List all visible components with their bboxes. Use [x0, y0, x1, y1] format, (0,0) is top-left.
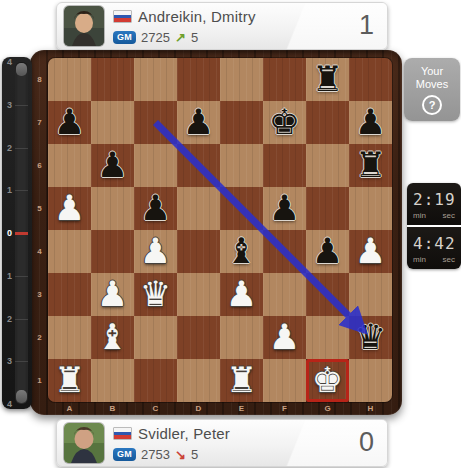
clock-bottom-player: 4:42 min sec [407, 227, 461, 269]
sec-label: sec [443, 255, 455, 264]
eval-scale-label-0: 4 [4, 57, 15, 67]
slider-thumb-bottom[interactable] [16, 390, 27, 403]
file-label-B: B [91, 403, 134, 415]
black-pawn-a7[interactable]: ♟ [54, 101, 85, 144]
square-e8[interactable] [220, 58, 263, 101]
square-a5[interactable]: ♟ [48, 187, 91, 230]
rank-label-5: 5 [33, 187, 46, 230]
square-g6[interactable] [306, 144, 349, 187]
square-g3[interactable] [306, 273, 349, 316]
white-pawn-c4[interactable]: ♟ [140, 230, 171, 273]
square-f7[interactable]: ♚ [263, 101, 306, 144]
square-a7[interactable]: ♟ [48, 101, 91, 144]
square-d4[interactable] [177, 230, 220, 273]
square-h7[interactable]: ♟ [349, 101, 392, 144]
white-rook-e1[interactable]: ♜ [226, 359, 257, 402]
black-pawn-c5[interactable]: ♟ [140, 187, 171, 230]
your-moves-button[interactable]: Your Moves ? [404, 58, 460, 121]
white-pawn-f2[interactable]: ♟ [269, 316, 300, 359]
square-b5[interactable] [91, 187, 134, 230]
white-bishop-b2[interactable]: ♝ [97, 316, 128, 359]
file-label-C: C [134, 403, 177, 415]
square-h3[interactable] [349, 273, 392, 316]
eval-scale-label-4: 0 [4, 228, 15, 238]
player-bar-top: Andreikin, Dmitry GM 2725 ↗ 5 1 [56, 2, 388, 50]
square-a4[interactable] [48, 230, 91, 273]
eval-scale-label-5: 1 [4, 271, 15, 281]
square-g4[interactable]: ♟ [306, 230, 349, 273]
square-c5[interactable]: ♟ [134, 187, 177, 230]
evaluation-zero-marker [15, 232, 28, 235]
black-pawn-g4[interactable]: ♟ [312, 230, 343, 273]
square-d2[interactable] [177, 316, 220, 359]
rating-change-bottom: 5 [191, 447, 198, 462]
eval-scale-label-2: 2 [4, 143, 15, 153]
match-score-top: 1 [359, 10, 374, 41]
square-d1[interactable] [177, 359, 220, 402]
square-c3[interactable]: ♛ [134, 273, 177, 316]
file-label-H: H [349, 403, 392, 415]
rank-label-2: 2 [33, 316, 46, 359]
square-a6[interactable] [48, 144, 91, 187]
title-badge: GM [113, 448, 136, 461]
square-f8[interactable] [263, 58, 306, 101]
black-bishop-e4[interactable]: ♝ [226, 230, 257, 273]
black-pawn-f5[interactable]: ♟ [269, 187, 300, 230]
black-rook-h6[interactable]: ♜ [355, 144, 386, 187]
square-d6[interactable] [177, 144, 220, 187]
avatar-photo [64, 423, 104, 463]
evaluation-bar: 432101234 [2, 57, 32, 409]
eval-scale-label-1: 3 [4, 100, 15, 110]
game-clock: 2:19 min sec 4:42 min sec [407, 183, 461, 269]
square-b8[interactable] [91, 58, 134, 101]
clock-time-bottom: 4:42 [413, 234, 455, 253]
avatar-top-player[interactable] [64, 6, 104, 46]
square-d7[interactable]: ♟ [177, 101, 220, 144]
avatar-photo [64, 6, 104, 46]
black-rook-g8[interactable]: ♜ [312, 58, 343, 101]
your-moves-label-line1: Your [404, 65, 460, 78]
white-pawn-b3[interactable]: ♟ [97, 273, 128, 316]
white-king-g1[interactable]: ♚ [312, 359, 343, 402]
black-pawn-b6[interactable]: ♟ [97, 144, 128, 187]
black-pawn-d7[interactable]: ♟ [183, 101, 214, 144]
square-d8[interactable] [177, 58, 220, 101]
square-f4[interactable] [263, 230, 306, 273]
square-c7[interactable] [134, 101, 177, 144]
square-e6[interactable] [220, 144, 263, 187]
rank-label-4: 4 [33, 230, 46, 273]
square-h1[interactable] [349, 359, 392, 402]
file-label-D: D [177, 403, 220, 415]
square-g8[interactable]: ♜ [306, 58, 349, 101]
square-b7[interactable] [91, 101, 134, 144]
min-label: min [413, 211, 426, 220]
square-a3[interactable] [48, 273, 91, 316]
square-d3[interactable] [177, 273, 220, 316]
rating-down-icon: ↘ [175, 447, 186, 462]
chess-board[interactable]: ♜♟♟♚♟♟♜♟♟♟♟♝♟♟♟♛♟♝♟♛♜♜♚ [48, 58, 392, 402]
black-king-f7[interactable]: ♚ [269, 101, 300, 144]
russia-flag-icon [113, 427, 132, 440]
square-c6[interactable] [134, 144, 177, 187]
square-f6[interactable] [263, 144, 306, 187]
rank-label-8: 8 [33, 58, 46, 101]
chess-game-view: 432101234 87654321 ABCDEFGH ♜♟♟♚♟♟♜♟♟♟♟♝… [0, 0, 461, 468]
square-f1[interactable] [263, 359, 306, 402]
square-g2[interactable] [306, 316, 349, 359]
player-bar-bottom: Svidler, Peter GM 2753 ↘ 5 0 [56, 419, 388, 467]
square-e3[interactable]: ♟ [220, 273, 263, 316]
player-name-top: Andreikin, Dmitry [138, 8, 256, 25]
russia-flag-icon [113, 10, 132, 23]
match-score-bottom: 0 [359, 427, 374, 458]
square-a8[interactable] [48, 58, 91, 101]
rank-label-3: 3 [33, 273, 46, 316]
square-b1[interactable] [91, 359, 134, 402]
black-pawn-h7[interactable]: ♟ [355, 101, 386, 144]
title-badge: GM [113, 31, 136, 44]
white-rook-a1[interactable]: ♜ [54, 359, 85, 402]
square-e7[interactable] [220, 101, 263, 144]
question-icon: ? [422, 95, 442, 115]
square-g1[interactable]: ♚ [306, 359, 349, 402]
square-h2[interactable]: ♛ [349, 316, 392, 359]
rank-label-1: 1 [33, 359, 46, 402]
square-h6[interactable]: ♜ [349, 144, 392, 187]
player-rating-bottom: 2753 [141, 447, 170, 462]
square-b3[interactable]: ♟ [91, 273, 134, 316]
rating-up-icon: ↗ [175, 30, 186, 45]
black-queen-h2[interactable]: ♛ [355, 316, 386, 359]
eval-scale-label-3: 1 [4, 185, 15, 195]
slider-thumb-top[interactable] [16, 63, 27, 76]
white-pawn-h4[interactable]: ♟ [355, 230, 386, 273]
square-e4[interactable]: ♝ [220, 230, 263, 273]
square-h5[interactable] [349, 187, 392, 230]
sec-label: sec [443, 211, 455, 220]
square-h4[interactable]: ♟ [349, 230, 392, 273]
file-label-E: E [220, 403, 263, 415]
square-c2[interactable] [134, 316, 177, 359]
min-label: min [413, 255, 426, 264]
square-e1[interactable]: ♜ [220, 359, 263, 402]
square-b6[interactable]: ♟ [91, 144, 134, 187]
player-name-bottom: Svidler, Peter [138, 425, 230, 442]
player-rating-top: 2725 [141, 30, 170, 45]
square-d5[interactable] [177, 187, 220, 230]
square-g5[interactable] [306, 187, 349, 230]
square-f3[interactable] [263, 273, 306, 316]
clock-top-player: 2:19 min sec [407, 183, 461, 225]
eval-scale-label-6: 2 [4, 314, 15, 324]
white-pawn-e3[interactable]: ♟ [226, 273, 257, 316]
square-a1[interactable]: ♜ [48, 359, 91, 402]
avatar-bottom-player[interactable] [64, 423, 104, 463]
square-c1[interactable] [134, 359, 177, 402]
square-g7[interactable] [306, 101, 349, 144]
eval-scale-label-8: 4 [4, 399, 15, 409]
square-f2[interactable]: ♟ [263, 316, 306, 359]
file-label-G: G [306, 403, 349, 415]
your-moves-label-line2: Moves [404, 78, 460, 91]
square-b2[interactable]: ♝ [91, 316, 134, 359]
rank-label-7: 7 [33, 101, 46, 144]
square-h8[interactable] [349, 58, 392, 101]
square-b4[interactable] [91, 230, 134, 273]
rating-change-top: 5 [191, 30, 198, 45]
square-c8[interactable] [134, 58, 177, 101]
white-queen-c3[interactable]: ♛ [140, 273, 171, 316]
rank-label-6: 6 [33, 144, 46, 187]
square-f5[interactable]: ♟ [263, 187, 306, 230]
eval-scale-label-7: 3 [4, 356, 15, 366]
file-label-A: A [48, 403, 91, 415]
square-e5[interactable] [220, 187, 263, 230]
square-c4[interactable]: ♟ [134, 230, 177, 273]
chess-board-frame: 87654321 ABCDEFGH ♜♟♟♚♟♟♜♟♟♟♟♝♟♟♟♛♟♝♟♛♜♜… [30, 50, 402, 415]
clock-time-top: 2:19 [413, 190, 455, 209]
white-pawn-a5[interactable]: ♟ [54, 187, 85, 230]
square-a2[interactable] [48, 316, 91, 359]
file-label-F: F [263, 403, 306, 415]
square-e2[interactable] [220, 316, 263, 359]
